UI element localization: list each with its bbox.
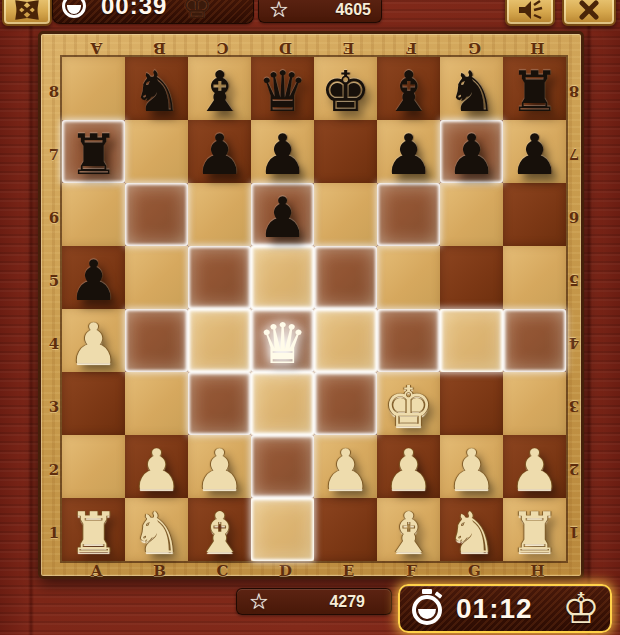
black-rating-value: 4605 (335, 1, 371, 19)
piece-black-pawn[interactable]: ♟ (440, 125, 503, 185)
rank-label-left-8: 8 (44, 60, 64, 123)
piece-white-knight[interactable]: ♞ (125, 503, 188, 563)
square-e7[interactable] (314, 120, 377, 183)
stopwatch-icon (410, 588, 444, 630)
piece-white-rook[interactable]: ♜ (62, 503, 125, 563)
piece-white-bishop[interactable]: ♝ (188, 503, 251, 563)
close-button[interactable] (562, 0, 616, 26)
square-c8[interactable]: ♝ (188, 57, 251, 120)
square-g4[interactable] (440, 309, 503, 372)
board-grid: ♞♝♛♚♝♞♜♜♟♟♟♟♟♟♟♟♛♚♟♟♟♟♟♟♜♞♝♝♞♜ (62, 57, 566, 561)
white-king-icon: ♔ (562, 588, 600, 630)
square-h7[interactable]: ♟ (503, 120, 566, 183)
square-a6[interactable] (62, 183, 125, 246)
square-c6[interactable] (188, 183, 251, 246)
rank-label-left-7: 7 (44, 123, 64, 186)
square-g6[interactable] (440, 183, 503, 246)
square-b7[interactable] (125, 120, 188, 183)
piece-white-pawn[interactable]: ♟ (440, 440, 503, 500)
square-h1[interactable]: ♜ (503, 498, 566, 561)
square-d5[interactable] (251, 246, 314, 309)
piece-white-pawn[interactable]: ♟ (62, 314, 125, 374)
piece-black-pawn[interactable]: ♟ (188, 125, 251, 185)
rank-label-left-2: 2 (44, 438, 64, 501)
piece-white-knight[interactable]: ♞ (440, 503, 503, 563)
file-label-top-f: F (380, 38, 443, 58)
rank-label-left-1: 1 (44, 501, 64, 564)
square-b1[interactable]: ♞ (125, 498, 188, 561)
piece-black-bishop[interactable]: ♝ (188, 62, 251, 122)
file-label-top-e: E (317, 38, 380, 58)
rank-label-left-5: 5 (44, 249, 64, 312)
sound-button[interactable] (505, 0, 555, 26)
file-label-top-c: C (191, 38, 254, 58)
piece-white-pawn[interactable]: ♟ (188, 440, 251, 500)
square-c4[interactable] (188, 309, 251, 372)
square-h3[interactable] (503, 372, 566, 435)
square-b3[interactable] (125, 372, 188, 435)
square-h4[interactable] (503, 309, 566, 372)
piece-black-queen[interactable]: ♛ (251, 62, 314, 122)
rank-label-right-7: 7 (564, 123, 584, 186)
square-a8[interactable] (62, 57, 125, 120)
file-label-top-h: H (506, 38, 569, 58)
rank-label-right-6: 6 (564, 186, 584, 249)
square-d8[interactable]: ♛ (251, 57, 314, 120)
star-icon: ☆ (269, 0, 289, 21)
square-e8[interactable]: ♚ (314, 57, 377, 120)
rank-label-right-4: 4 (564, 312, 584, 375)
piece-black-pawn[interactable]: ♟ (251, 188, 314, 248)
crossed-arrows-icon (12, 0, 42, 22)
square-h2[interactable]: ♟ (503, 435, 566, 498)
piece-black-knight[interactable]: ♞ (440, 62, 503, 122)
square-h6[interactable] (503, 183, 566, 246)
piece-white-pawn[interactable]: ♟ (314, 440, 377, 500)
square-f6[interactable] (377, 183, 440, 246)
rank-label-left-3: 3 (44, 375, 64, 438)
square-d1[interactable] (251, 498, 314, 561)
square-g1[interactable]: ♞ (440, 498, 503, 561)
black-clock-panel: 00:39 ♚ (52, 0, 254, 24)
square-c5[interactable] (188, 246, 251, 309)
square-f3[interactable]: ♚ (377, 372, 440, 435)
rank-label-right-2: 2 (564, 438, 584, 501)
white-rating-value: 4279 (329, 593, 365, 611)
star-icon: ☆ (249, 591, 269, 613)
app-root: { "game": "chess", "position": { "fen": … (0, 0, 620, 635)
square-d4[interactable]: ♛ (251, 309, 314, 372)
square-e2[interactable]: ♟ (314, 435, 377, 498)
file-label-bottom-e: E (317, 561, 380, 581)
piece-black-pawn[interactable]: ♟ (377, 125, 440, 185)
square-g3[interactable] (440, 372, 503, 435)
square-f2[interactable]: ♟ (377, 435, 440, 498)
file-label-top-d: D (254, 38, 317, 58)
square-g5[interactable] (440, 246, 503, 309)
piece-black-bishop[interactable]: ♝ (377, 62, 440, 122)
square-e6[interactable] (314, 183, 377, 246)
square-a5[interactable]: ♟ (62, 246, 125, 309)
square-c3[interactable] (188, 372, 251, 435)
square-e5[interactable] (314, 246, 377, 309)
square-f5[interactable] (377, 246, 440, 309)
file-label-top-a: A (65, 38, 128, 58)
piece-black-rook[interactable]: ♜ (503, 62, 566, 122)
piece-black-pawn[interactable]: ♟ (251, 125, 314, 185)
square-d6[interactable]: ♟ (251, 183, 314, 246)
square-b5[interactable] (125, 246, 188, 309)
square-e1[interactable] (314, 498, 377, 561)
piece-white-pawn[interactable]: ♟ (377, 440, 440, 500)
square-g7[interactable]: ♟ (440, 120, 503, 183)
square-d7[interactable]: ♟ (251, 120, 314, 183)
square-h5[interactable] (503, 246, 566, 309)
piece-white-king[interactable]: ♚ (377, 377, 440, 437)
white-clock-panel: 01:12 ♔ (398, 584, 612, 633)
square-d2[interactable] (251, 435, 314, 498)
piece-black-pawn[interactable]: ♟ (62, 251, 125, 311)
file-label-bottom-d: D (254, 561, 317, 581)
rank-label-right-5: 5 (564, 249, 584, 312)
rank-label-right-1: 1 (564, 501, 584, 564)
rank-label-left-4: 4 (44, 312, 64, 375)
black-clock-time: 00:39 (101, 0, 167, 20)
piece-white-pawn[interactable]: ♟ (503, 440, 566, 500)
square-c1[interactable]: ♝ (188, 498, 251, 561)
square-a7[interactable]: ♜ (62, 120, 125, 183)
square-a2[interactable] (62, 435, 125, 498)
piece-black-king[interactable]: ♚ (314, 62, 377, 122)
square-f8[interactable]: ♝ (377, 57, 440, 120)
square-g2[interactable]: ♟ (440, 435, 503, 498)
white-clock-time: 01:12 (456, 593, 533, 625)
piece-black-knight[interactable]: ♞ (125, 62, 188, 122)
square-h8[interactable]: ♜ (503, 57, 566, 120)
black-king-icon: ♚ (181, 0, 211, 23)
piece-white-rook[interactable]: ♜ (503, 503, 566, 563)
rank-label-left-6: 6 (44, 186, 64, 249)
file-label-top-g: G (443, 38, 506, 58)
square-a1[interactable]: ♜ (62, 498, 125, 561)
piece-black-rook[interactable]: ♜ (62, 125, 125, 185)
square-c7[interactable]: ♟ (188, 120, 251, 183)
black-rating-panel: ☆ 4605 (258, 0, 382, 23)
square-c2[interactable]: ♟ (188, 435, 251, 498)
square-a3[interactable] (62, 372, 125, 435)
square-b2[interactable]: ♟ (125, 435, 188, 498)
square-e3[interactable] (314, 372, 377, 435)
square-f4[interactable] (377, 309, 440, 372)
rank-label-right-3: 3 (564, 375, 584, 438)
square-e4[interactable] (314, 309, 377, 372)
square-b8[interactable]: ♞ (125, 57, 188, 120)
piece-white-bishop[interactable]: ♝ (377, 503, 440, 563)
piece-white-queen[interactable]: ♛ (251, 314, 314, 374)
square-a4[interactable]: ♟ (62, 309, 125, 372)
swap-button[interactable] (2, 0, 52, 26)
white-rating-panel: ☆ 4279 (236, 588, 392, 615)
square-b4[interactable] (125, 309, 188, 372)
piece-white-pawn[interactable]: ♟ (125, 440, 188, 500)
close-icon (578, 0, 600, 21)
square-g8[interactable]: ♞ (440, 57, 503, 120)
square-d3[interactable] (251, 372, 314, 435)
speaker-icon (516, 0, 544, 22)
square-f1[interactable]: ♝ (377, 498, 440, 561)
file-label-top-b: B (128, 38, 191, 58)
stopwatch-icon (61, 0, 87, 21)
square-b6[interactable] (125, 183, 188, 246)
square-f7[interactable]: ♟ (377, 120, 440, 183)
piece-black-pawn[interactable]: ♟ (503, 125, 566, 185)
rank-label-right-8: 8 (564, 60, 584, 123)
